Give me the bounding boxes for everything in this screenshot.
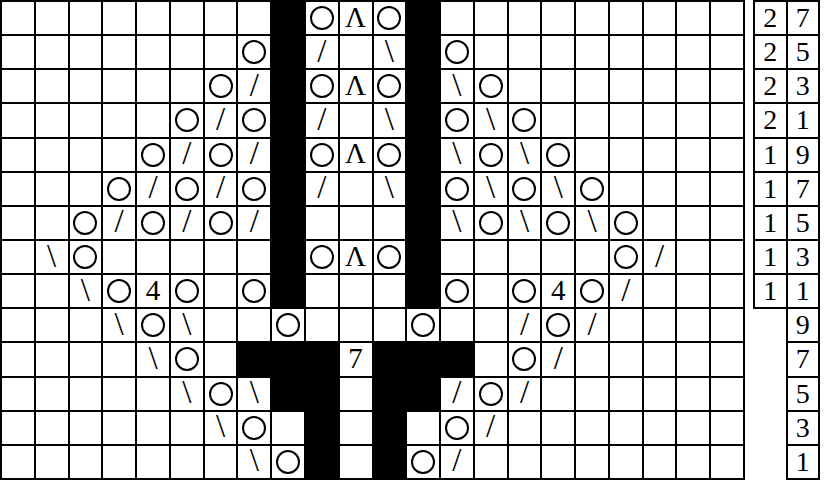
k2tog-icon: / (452, 378, 461, 410)
yarn-over-icon (445, 177, 469, 201)
chart-cell: \ (137, 343, 169, 375)
chart-cell (70, 309, 102, 341)
chart-cell: / (238, 207, 270, 239)
chart-cell (238, 173, 270, 205)
chart-cell: \ (475, 104, 507, 136)
chart-cell (2, 446, 34, 478)
chart-cell (70, 241, 102, 273)
chart-cell: \ (103, 309, 135, 341)
chart-cell (306, 70, 338, 102)
yarn-over-icon (445, 108, 469, 132)
knitting-chart-page: Λ/\/Λ\//\\//Λ\\///\\\///\\\\Λ/\44/\\//\7… (0, 0, 825, 480)
chart-cell (238, 275, 270, 307)
chart-cell (711, 378, 743, 410)
chart-cell (509, 241, 541, 273)
yarn-over-icon (479, 382, 503, 406)
chart-grid: Λ/\/Λ\//\\//Λ\\///\\\///\\\\Λ/\44/\\//\7… (0, 0, 745, 480)
yarn-over-icon (141, 313, 165, 337)
chart-cell (36, 378, 68, 410)
chart-cell: / (475, 412, 507, 444)
no-stitch-cell (374, 412, 406, 444)
chart-cell (644, 412, 676, 444)
chart-cell (711, 241, 743, 273)
chart-cell: \ (374, 36, 406, 68)
yarn-over-icon (614, 245, 638, 269)
chart-cell (576, 104, 608, 136)
row-number-grid: 27252321191715131197531 (755, 2, 818, 478)
no-stitch-cell (306, 446, 338, 478)
chart-cell: \ (441, 207, 473, 239)
chart-cell (677, 241, 709, 273)
yarn-over-icon (310, 74, 334, 98)
chart-cell: / (306, 173, 338, 205)
chart-cell (171, 70, 203, 102)
chart-cell (677, 207, 709, 239)
no-stitch-cell (272, 173, 304, 205)
chart-cell (644, 275, 676, 307)
yarn-over-icon (580, 177, 604, 201)
chart-cell (70, 207, 102, 239)
chart-cell (610, 70, 642, 102)
chart-cell (2, 309, 34, 341)
chart-cell (475, 343, 507, 375)
chart-cell (542, 2, 574, 34)
yarn-over-icon (175, 347, 199, 371)
ssk-icon: \ (148, 343, 157, 375)
k2tog-icon: / (317, 36, 326, 68)
chart-cell (137, 207, 169, 239)
chart-cell (677, 139, 709, 171)
chart-cell (137, 2, 169, 34)
yarn-over-icon (445, 279, 469, 303)
chart-cell (475, 446, 507, 478)
chart-cell (2, 139, 34, 171)
row-number-cell: 9 (788, 309, 819, 341)
k2tog-icon: / (486, 412, 495, 444)
chart-cell (644, 70, 676, 102)
no-stitch-cell (407, 241, 439, 273)
no-stitch-cell (272, 275, 304, 307)
chart-cell: 4 (137, 275, 169, 307)
chart-cell (576, 412, 608, 444)
chart-cell (137, 36, 169, 68)
chart-cell (171, 343, 203, 375)
chart-cell (441, 173, 473, 205)
chart-cell (509, 2, 541, 34)
chart-cell (711, 207, 743, 239)
chart-cell (205, 275, 237, 307)
chart-cell: 7 (340, 343, 372, 375)
chart-cell (340, 104, 372, 136)
chart-cell: \ (441, 70, 473, 102)
yarn-over-icon (276, 313, 300, 337)
no-stitch-cell (407, 378, 439, 410)
chart-cell (610, 207, 642, 239)
chart-cell (542, 412, 574, 444)
ssk-icon: \ (486, 104, 495, 136)
chart-cell (475, 139, 507, 171)
chart-cell (340, 412, 372, 444)
yarn-over-icon (614, 211, 638, 235)
chart-cell (238, 241, 270, 273)
yarn-over-icon (310, 6, 334, 30)
ssk-icon: \ (486, 173, 495, 205)
chart-cell (2, 173, 34, 205)
chart-cell (36, 173, 68, 205)
chart-cell (205, 343, 237, 375)
chart-cell (70, 412, 102, 444)
chart-cell (70, 36, 102, 68)
chart-cell: / (238, 139, 270, 171)
ssk-icon: \ (452, 139, 461, 171)
chart-cell (70, 104, 102, 136)
chart-cell (205, 241, 237, 273)
no-stitch-cell (306, 343, 338, 375)
k2tog-icon: / (655, 241, 664, 273)
row-number-cell: 2 (755, 104, 786, 136)
k2tog-icon: / (250, 207, 259, 239)
chart-cell (137, 139, 169, 171)
chart-cell: / (509, 378, 541, 410)
chart-cell (340, 207, 372, 239)
chart-cell (103, 173, 135, 205)
chart-cell (36, 104, 68, 136)
chart-cell (272, 412, 304, 444)
row-number-cell: 1 (755, 207, 786, 239)
chart-cell (610, 309, 642, 341)
yarn-over-icon (242, 177, 266, 201)
chart-cell: \ (70, 275, 102, 307)
chart-cell (644, 309, 676, 341)
row-number-cell: 9 (788, 139, 819, 171)
chart-cell (238, 104, 270, 136)
chart-cell (171, 2, 203, 34)
chart-cell (171, 446, 203, 478)
chart-cell (205, 446, 237, 478)
chart-cell (407, 446, 439, 478)
chart-cell (103, 412, 135, 444)
yarn-over-icon (175, 108, 199, 132)
chart-cell (36, 412, 68, 444)
chart-cell (374, 70, 406, 102)
no-stitch-cell (407, 2, 439, 34)
chart-cell: \ (205, 412, 237, 444)
yarn-over-icon (445, 416, 469, 440)
chart-cell (576, 241, 608, 273)
chart-cell (374, 2, 406, 34)
chart-cell: Λ (340, 70, 372, 102)
chart-cell: / (205, 173, 237, 205)
chart-cell (340, 309, 372, 341)
chart-cell (238, 36, 270, 68)
chart-cell (475, 2, 507, 34)
chart-cell: \ (441, 139, 473, 171)
row-number-cell: 5 (788, 36, 819, 68)
yarn-over-icon (141, 211, 165, 235)
row-number-cell: 2 (755, 70, 786, 102)
chart-cell (171, 173, 203, 205)
chart-cell (441, 2, 473, 34)
chart-cell (711, 104, 743, 136)
yarn-over-icon (377, 245, 401, 269)
chart-cell: Λ (340, 241, 372, 273)
yarn-over-icon (209, 143, 233, 167)
yarn-over-icon (209, 382, 233, 406)
chart-cell (306, 275, 338, 307)
chart-cell: / (306, 36, 338, 68)
chart-cell (36, 70, 68, 102)
no-stitch-cell (272, 70, 304, 102)
chart-cell (171, 104, 203, 136)
chart-cell (103, 275, 135, 307)
yarn-over-icon (242, 416, 266, 440)
yarn-over-icon (377, 143, 401, 167)
chart-cell (677, 2, 709, 34)
chart-cell (374, 309, 406, 341)
chart-cell (70, 139, 102, 171)
row-number-cell: 7 (788, 343, 819, 375)
chart-cell: Λ (340, 2, 372, 34)
no-stitch-cell (441, 343, 473, 375)
chart-cell (644, 104, 676, 136)
chart-cell (205, 139, 237, 171)
chart-cell: \ (374, 173, 406, 205)
chart-cell (542, 70, 574, 102)
chart-cell (475, 36, 507, 68)
chart-cell (441, 309, 473, 341)
yarn-over-icon (175, 177, 199, 201)
chart-cell: 4 (542, 275, 574, 307)
chart-cell (576, 36, 608, 68)
chart-cell: / (103, 207, 135, 239)
chart-cell (711, 139, 743, 171)
cdd-icon: Λ (345, 139, 366, 168)
yarn-over-icon (580, 279, 604, 303)
chart-cell (137, 446, 169, 478)
chart-cell: / (205, 104, 237, 136)
chart-cell (2, 241, 34, 273)
chart-cell (272, 446, 304, 478)
chart-cell: \ (36, 241, 68, 273)
chart-cell (103, 139, 135, 171)
chart-cell (2, 70, 34, 102)
chart-cell (677, 104, 709, 136)
chart-cell (2, 36, 34, 68)
yarn-over-icon (276, 450, 300, 474)
chart-cell (475, 70, 507, 102)
row-number-cell: 1 (788, 275, 819, 307)
k2tog-icon: / (115, 207, 124, 239)
chart-cell (441, 36, 473, 68)
chart-cell (509, 36, 541, 68)
chart-cell (171, 275, 203, 307)
chart-cell (171, 36, 203, 68)
chart-cell (677, 309, 709, 341)
chart-cell (171, 412, 203, 444)
row-number-blank (755, 378, 786, 410)
chart-cell (610, 104, 642, 136)
chart-cell: \ (542, 173, 574, 205)
chart-cell (205, 70, 237, 102)
chart-cell (677, 173, 709, 205)
chart-cell: \ (171, 309, 203, 341)
chart-cell (407, 412, 439, 444)
chart-cell (103, 36, 135, 68)
digit-7-symbol: 7 (348, 344, 363, 373)
no-stitch-cell (272, 36, 304, 68)
yarn-over-icon (546, 313, 570, 337)
chart-cell (610, 412, 642, 444)
yarn-over-icon (209, 211, 233, 235)
chart-cell (374, 207, 406, 239)
k2tog-icon: / (621, 275, 630, 307)
chart-cell (171, 241, 203, 273)
chart-cell (70, 378, 102, 410)
chart-cell (340, 275, 372, 307)
chart-cell: / (542, 343, 574, 375)
chart-cell (542, 36, 574, 68)
ssk-icon: \ (385, 173, 394, 205)
chart-cell: / (306, 104, 338, 136)
no-stitch-cell (272, 378, 304, 410)
yarn-over-icon (242, 279, 266, 303)
yarn-over-icon (411, 313, 435, 337)
chart-cell (509, 446, 541, 478)
chart-cell (2, 275, 34, 307)
yarn-over-icon (242, 108, 266, 132)
no-stitch-cell (407, 104, 439, 136)
yarn-over-icon (310, 245, 334, 269)
chart-cell (576, 70, 608, 102)
chart-cell (509, 275, 541, 307)
chart-cell: Λ (340, 139, 372, 171)
chart-cell (205, 2, 237, 34)
chart-cell (2, 2, 34, 34)
chart-cell (137, 70, 169, 102)
chart-cell (542, 241, 574, 273)
chart-cell (238, 2, 270, 34)
chart-cell (576, 2, 608, 34)
chart-cell (677, 378, 709, 410)
chart-cell (475, 378, 507, 410)
chart-cell (677, 275, 709, 307)
chart-cell (542, 207, 574, 239)
row-number-blank (755, 343, 786, 375)
yarn-over-icon (512, 347, 536, 371)
row-number-blank (755, 446, 786, 478)
chart-cell (576, 446, 608, 478)
chart-cell (711, 70, 743, 102)
chart-cell (509, 412, 541, 444)
no-stitch-cell (407, 207, 439, 239)
chart-cell (644, 207, 676, 239)
chart-cell (70, 2, 102, 34)
chart-cell: / (576, 309, 608, 341)
chart-cell (441, 241, 473, 273)
k2tog-icon: / (587, 309, 596, 341)
row-number-cell: 1 (755, 275, 786, 307)
chart-cell: / (137, 173, 169, 205)
no-stitch-cell (407, 275, 439, 307)
chart-cell (644, 2, 676, 34)
ssk-icon: \ (452, 207, 461, 239)
chart-cell (542, 104, 574, 136)
ssk-icon: \ (81, 275, 90, 307)
chart-cell (36, 446, 68, 478)
row-number-blank (755, 309, 786, 341)
chart-cell: \ (374, 104, 406, 136)
chart-cell: / (171, 207, 203, 239)
chart-cell (103, 241, 135, 273)
chart-cell (644, 343, 676, 375)
k2tog-icon: / (250, 70, 259, 102)
chart-cell: / (441, 446, 473, 478)
k2tog-icon: / (182, 139, 191, 171)
chart-cell (137, 412, 169, 444)
chart-cell (36, 309, 68, 341)
chart-cell: / (238, 70, 270, 102)
yarn-over-icon (141, 143, 165, 167)
ssk-icon: \ (385, 36, 394, 68)
chart-cell (340, 446, 372, 478)
chart-cell (103, 446, 135, 478)
chart-cell (36, 343, 68, 375)
no-stitch-cell (407, 139, 439, 171)
no-stitch-cell (272, 207, 304, 239)
no-stitch-cell (272, 343, 304, 375)
chart-cell: \ (576, 207, 608, 239)
no-stitch-cell (374, 446, 406, 478)
ssk-icon: \ (520, 207, 529, 239)
chart-cell (542, 378, 574, 410)
row-number-cell: 1 (788, 446, 819, 478)
chart-cell: \ (238, 446, 270, 478)
chart-cell (374, 139, 406, 171)
chart-cell (306, 309, 338, 341)
k2tog-icon: / (216, 173, 225, 205)
no-stitch-cell (407, 36, 439, 68)
chart-cell: / (441, 378, 473, 410)
chart-cell (711, 275, 743, 307)
chart-cell (542, 139, 574, 171)
no-stitch-cell (306, 378, 338, 410)
yarn-over-icon (377, 74, 401, 98)
chart-cell (711, 2, 743, 34)
yarn-over-icon (310, 143, 334, 167)
yarn-over-icon (377, 6, 401, 30)
no-stitch-cell (407, 343, 439, 375)
yarn-over-icon (411, 450, 435, 474)
chart-cell (711, 343, 743, 375)
k2tog-icon: / (554, 343, 563, 375)
chart-cell (374, 241, 406, 273)
chart-cell (576, 173, 608, 205)
k2tog-icon: / (182, 207, 191, 239)
chart-cell (644, 173, 676, 205)
chart-cell (542, 309, 574, 341)
chart-cell (70, 343, 102, 375)
chart-cell (103, 343, 135, 375)
chart-cell (205, 207, 237, 239)
row-number-cell: 5 (788, 207, 819, 239)
yarn-over-icon (479, 74, 503, 98)
ssk-icon: \ (250, 378, 259, 410)
chart-cell (306, 207, 338, 239)
chart-cell (711, 36, 743, 68)
row-number-cell: 1 (788, 104, 819, 136)
k2tog-icon: / (250, 139, 259, 171)
ssk-icon: \ (452, 70, 461, 102)
